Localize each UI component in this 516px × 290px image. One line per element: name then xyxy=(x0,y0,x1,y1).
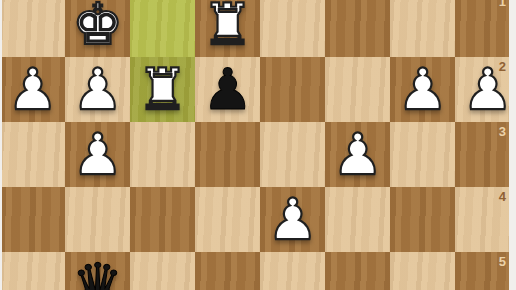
white-pawn-a2[interactable]: ♟ xyxy=(455,57,516,122)
square-g1[interactable]: ♚ xyxy=(65,0,130,57)
square-b4[interactable] xyxy=(390,187,455,252)
white-pawn-g3[interactable]: ♟ xyxy=(65,122,130,187)
left-background-gutter xyxy=(0,0,2,290)
square-f3[interactable] xyxy=(130,122,195,187)
rank-label-4: 4 xyxy=(499,189,506,204)
rank-label-1: 1 xyxy=(499,0,506,9)
square-b2[interactable]: ♟ xyxy=(390,57,455,122)
square-h5[interactable] xyxy=(0,252,65,290)
square-c4[interactable] xyxy=(325,187,390,252)
square-c5[interactable] xyxy=(325,252,390,290)
right-background-gutter xyxy=(509,0,516,290)
square-b5[interactable] xyxy=(390,252,455,290)
square-d4[interactable]: ♟ xyxy=(260,187,325,252)
square-e2[interactable]: ♟ xyxy=(195,57,260,122)
square-a5[interactable]: 5 xyxy=(455,252,516,290)
white-rook-f2[interactable]: ♜ xyxy=(130,57,195,122)
square-g5[interactable]: ♛ xyxy=(65,252,130,290)
square-d5[interactable] xyxy=(260,252,325,290)
square-h1[interactable] xyxy=(0,0,65,57)
square-f1[interactable] xyxy=(130,0,195,57)
square-d3[interactable] xyxy=(260,122,325,187)
rank-label-3: 3 xyxy=(499,124,506,139)
white-pawn-b2[interactable]: ♟ xyxy=(390,57,455,122)
square-b1[interactable] xyxy=(390,0,455,57)
rank-label-5: 5 xyxy=(499,254,506,269)
chess-board: ♚♜1♟♟♜♟♟♟2♟♟3♟4♛5678 xyxy=(0,0,516,290)
square-f5[interactable] xyxy=(130,252,195,290)
square-e3[interactable] xyxy=(195,122,260,187)
square-d2[interactable] xyxy=(260,57,325,122)
white-rook-e1[interactable]: ♜ xyxy=(195,0,260,57)
black-queen-g5[interactable]: ♛ xyxy=(65,252,130,290)
square-a3[interactable]: 3 xyxy=(455,122,516,187)
square-h3[interactable] xyxy=(0,122,65,187)
square-g4[interactable] xyxy=(65,187,130,252)
white-pawn-g2[interactable]: ♟ xyxy=(65,57,130,122)
square-e5[interactable] xyxy=(195,252,260,290)
square-c3[interactable]: ♟ xyxy=(325,122,390,187)
square-a4[interactable]: 4 xyxy=(455,187,516,252)
square-b3[interactable] xyxy=(390,122,455,187)
video-frame: ♚♜1♟♟♜♟♟♟2♟♟3♟4♛5678 xyxy=(0,0,516,290)
white-pawn-d4[interactable]: ♟ xyxy=(260,187,325,252)
square-f4[interactable] xyxy=(130,187,195,252)
white-pawn-h2[interactable]: ♟ xyxy=(0,57,65,122)
square-h4[interactable] xyxy=(0,187,65,252)
square-c1[interactable] xyxy=(325,0,390,57)
black-pawn-e2[interactable]: ♟ xyxy=(195,57,260,122)
square-e4[interactable] xyxy=(195,187,260,252)
square-d1[interactable] xyxy=(260,0,325,57)
square-e1[interactable]: ♜ xyxy=(195,0,260,57)
square-h2[interactable]: ♟ xyxy=(0,57,65,122)
square-c2[interactable] xyxy=(325,57,390,122)
square-a1[interactable]: 1 xyxy=(455,0,516,57)
square-f2[interactable]: ♜ xyxy=(130,57,195,122)
square-g2[interactable]: ♟ xyxy=(65,57,130,122)
white-pawn-c3[interactable]: ♟ xyxy=(325,122,390,187)
square-g3[interactable]: ♟ xyxy=(65,122,130,187)
square-a2[interactable]: ♟2 xyxy=(455,57,516,122)
white-king-g1[interactable]: ♚ xyxy=(65,0,130,57)
